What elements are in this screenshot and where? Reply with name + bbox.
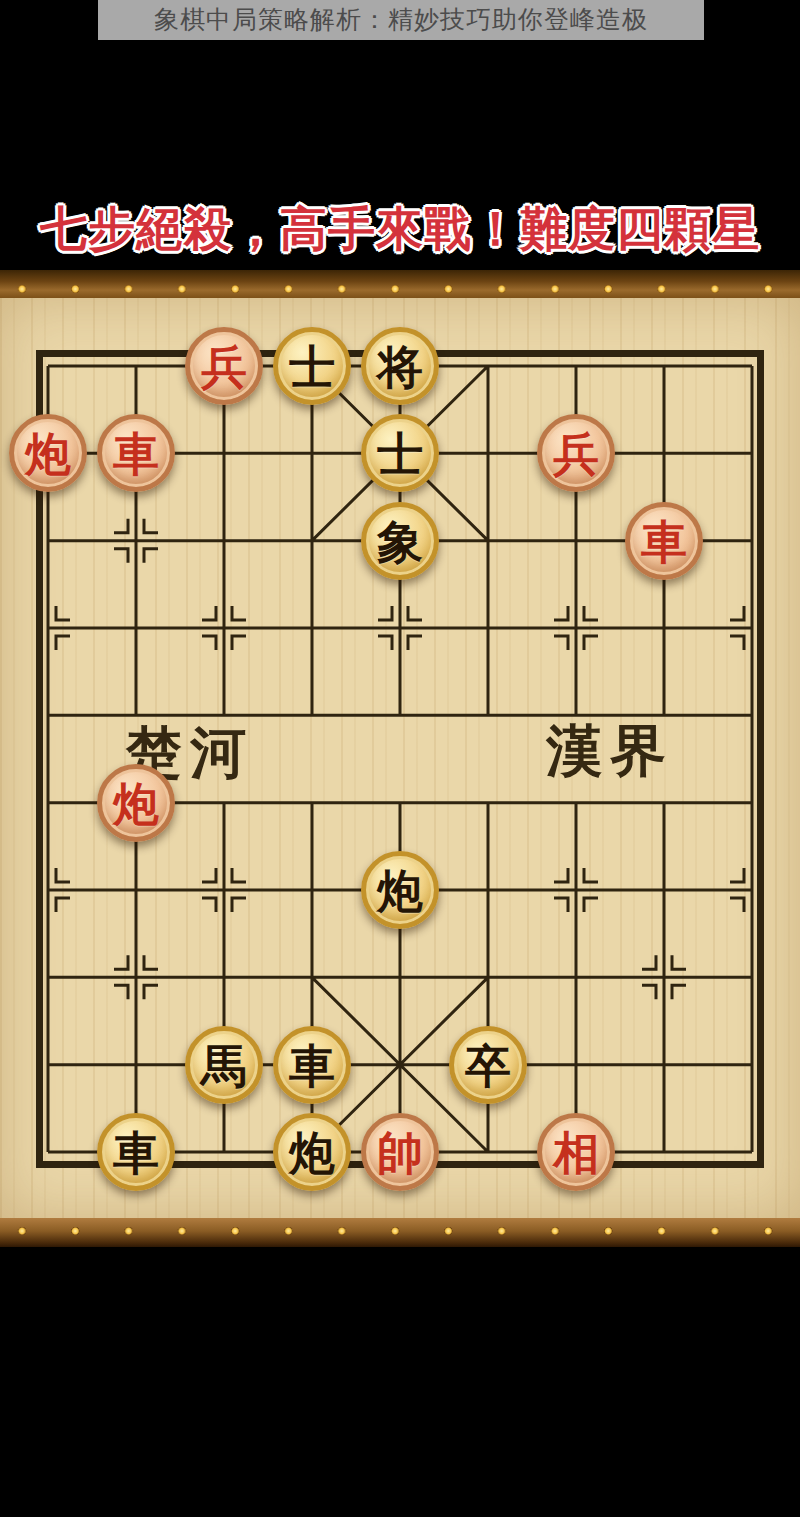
piece-character: 炮 [113, 781, 159, 827]
piece-character: 帥 [377, 1130, 423, 1176]
piece-black-chariot[interactable]: 車 [273, 1026, 351, 1104]
piece-red-chariot[interactable]: 車 [625, 502, 703, 580]
piece-character: 車 [289, 1043, 335, 1089]
piece-black-cannon[interactable]: 炮 [273, 1113, 351, 1191]
piece-character: 炮 [377, 868, 423, 914]
piece-character: 卒 [465, 1043, 511, 1089]
pieces-layer: 兵士将炮車士兵象車炮炮馬車卒車炮帥相 [0, 270, 800, 1247]
page-title: 象棋中局策略解析：精妙技巧助你登峰造极 [98, 0, 704, 40]
piece-red-general[interactable]: 帥 [361, 1113, 439, 1191]
piece-character: 象 [377, 519, 423, 565]
piece-character: 将 [377, 344, 423, 390]
piece-red-soldier[interactable]: 兵 [185, 327, 263, 405]
piece-character: 車 [113, 1130, 159, 1176]
piece-character: 車 [641, 519, 687, 565]
piece-black-cannon[interactable]: 炮 [361, 851, 439, 929]
piece-character: 炮 [289, 1130, 335, 1176]
piece-red-cannon[interactable]: 炮 [9, 414, 87, 492]
piece-character: 相 [553, 1130, 599, 1176]
xiangqi-board: 楚河 漢界 兵士将炮車士兵象車炮炮馬車卒車炮帥相 [0, 270, 800, 1247]
piece-black-general[interactable]: 将 [361, 327, 439, 405]
piece-character: 馬 [201, 1043, 247, 1089]
piece-red-cannon[interactable]: 炮 [97, 764, 175, 842]
piece-character: 兵 [553, 431, 599, 477]
piece-black-elephant[interactable]: 象 [361, 502, 439, 580]
piece-character: 兵 [201, 344, 247, 390]
piece-black-advisor[interactable]: 士 [361, 414, 439, 492]
piece-character: 士 [377, 431, 423, 477]
piece-red-elephant[interactable]: 相 [537, 1113, 615, 1191]
piece-black-chariot[interactable]: 車 [97, 1113, 175, 1191]
piece-red-chariot[interactable]: 車 [97, 414, 175, 492]
piece-character: 士 [289, 344, 335, 390]
puzzle-banner: 七步絕殺，高手來戰！難度四顆星 [0, 198, 800, 261]
piece-black-soldier[interactable]: 卒 [449, 1026, 527, 1104]
piece-character: 炮 [25, 431, 71, 477]
piece-character: 車 [113, 431, 159, 477]
piece-black-advisor[interactable]: 士 [273, 327, 351, 405]
piece-red-soldier[interactable]: 兵 [537, 414, 615, 492]
piece-black-horse[interactable]: 馬 [185, 1026, 263, 1104]
screen: 象棋中局策略解析：精妙技巧助你登峰造极 七步絕殺，高手來戰！難度四顆星 楚河 漢… [0, 0, 800, 1517]
